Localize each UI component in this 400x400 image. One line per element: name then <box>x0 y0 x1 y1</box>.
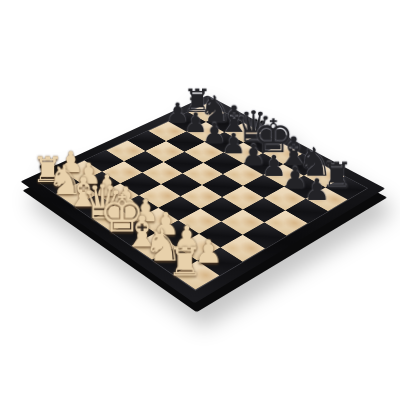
square-b1: ♞ <box>56 183 97 206</box>
white-queen: ♛ <box>81 178 124 225</box>
board-frame: ♜♞♝♛♚♝♞♜♟♟♟♟♟♟♟♟♟♟♟♟♟♟♟♟♜♞♝♛♚♝♞♜ <box>21 95 386 303</box>
chess-set-photo: ♜♞♝♛♚♝♞♜♟♟♟♟♟♟♟♟♟♟♟♟♟♟♟♟♜♞♝♛♚♝♞♜ <box>0 0 400 400</box>
board-grid: ♜♞♝♛♚♝♞♜♟♟♟♟♟♟♟♟♟♟♟♟♟♟♟♟♜♞♝♛♚♝♞♜ <box>39 103 367 289</box>
square-h1: ♜ <box>173 261 219 290</box>
white-rook: ♜ <box>32 153 64 188</box>
board-shadow: ♜♞♝♛♚♝♞♜♟♟♟♟♟♟♟♟♟♟♟♟♟♟♟♟♜♞♝♛♚♝♞♜ <box>0 0 400 400</box>
chess-board: ♜♞♝♛♚♝♞♜♟♟♟♟♟♟♟♟♟♟♟♟♟♟♟♟♜♞♝♛♚♝♞♜ <box>21 95 386 303</box>
